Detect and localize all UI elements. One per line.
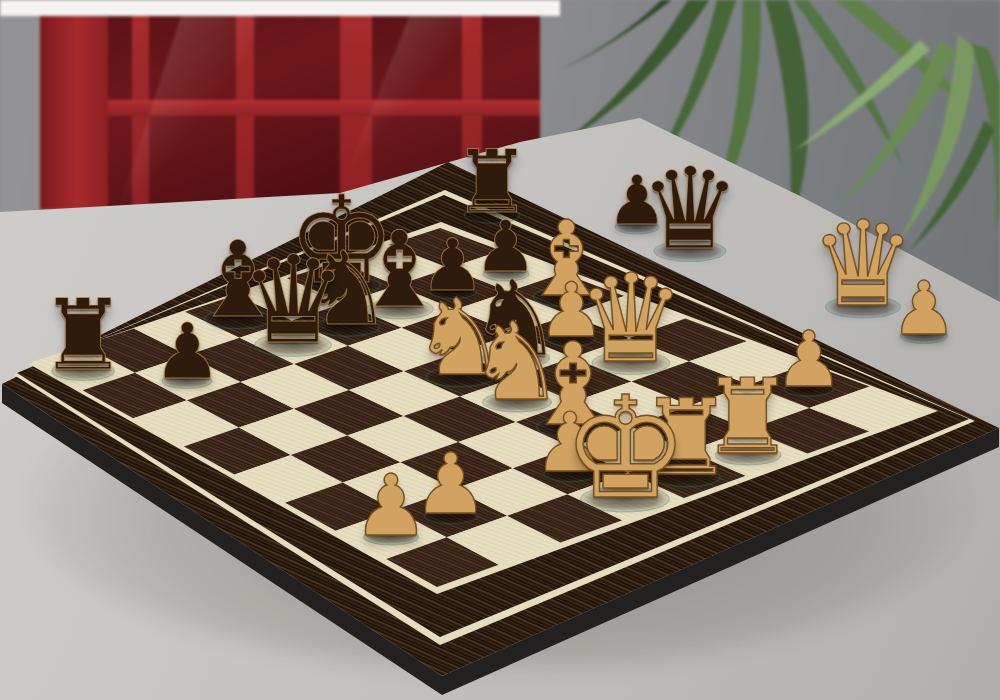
chessboard bbox=[0, 0, 1000, 700]
